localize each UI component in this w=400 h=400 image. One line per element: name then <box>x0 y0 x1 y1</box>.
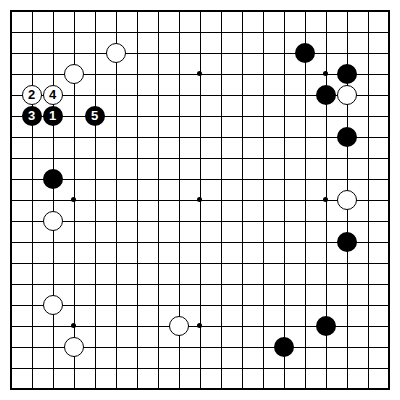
board-intersection[interactable] <box>105 126 126 147</box>
board-intersection[interactable]: 1 <box>42 105 63 126</box>
board-intersection[interactable] <box>336 84 357 105</box>
board-intersection[interactable] <box>273 105 294 126</box>
board-intersection[interactable] <box>336 42 357 63</box>
board-intersection[interactable] <box>294 63 315 84</box>
board-intersection[interactable] <box>168 105 189 126</box>
board-intersection[interactable] <box>84 168 105 189</box>
board-intersection[interactable] <box>231 315 252 336</box>
board-intersection[interactable] <box>21 21 42 42</box>
board-intersection[interactable] <box>273 336 294 357</box>
board-intersection[interactable] <box>378 147 399 168</box>
board-intersection[interactable] <box>63 252 84 273</box>
board-intersection[interactable] <box>0 147 21 168</box>
board-intersection[interactable] <box>231 0 252 21</box>
board-intersection[interactable] <box>315 105 336 126</box>
board-intersection[interactable] <box>147 357 168 378</box>
board-intersection[interactable] <box>378 63 399 84</box>
board-intersection[interactable] <box>315 147 336 168</box>
board-intersection[interactable] <box>126 336 147 357</box>
board-intersection[interactable] <box>0 0 21 21</box>
board-intersection[interactable] <box>294 231 315 252</box>
board-intersection[interactable] <box>273 21 294 42</box>
board-intersection[interactable] <box>378 252 399 273</box>
board-intersection[interactable] <box>210 42 231 63</box>
board-intersection[interactable] <box>189 378 210 399</box>
board-intersection[interactable] <box>126 42 147 63</box>
board-intersection[interactable] <box>252 378 273 399</box>
board-intersection[interactable] <box>378 105 399 126</box>
board-intersection[interactable] <box>357 63 378 84</box>
board-intersection[interactable] <box>210 231 231 252</box>
board-intersection[interactable] <box>42 189 63 210</box>
board-intersection[interactable] <box>42 315 63 336</box>
board-intersection[interactable] <box>294 84 315 105</box>
board-intersection[interactable] <box>105 252 126 273</box>
board-intersection[interactable] <box>378 231 399 252</box>
board-intersection[interactable] <box>357 126 378 147</box>
board-intersection[interactable] <box>252 126 273 147</box>
board-intersection[interactable] <box>252 147 273 168</box>
board-intersection[interactable] <box>336 126 357 147</box>
board-intersection[interactable] <box>0 315 21 336</box>
board-intersection[interactable] <box>336 105 357 126</box>
board-intersection[interactable] <box>126 0 147 21</box>
board-intersection[interactable] <box>273 357 294 378</box>
board-intersection[interactable] <box>168 252 189 273</box>
board-intersection[interactable] <box>357 315 378 336</box>
board-intersection[interactable] <box>315 42 336 63</box>
board-intersection[interactable]: 3 <box>21 105 42 126</box>
board-intersection[interactable] <box>21 42 42 63</box>
board-intersection[interactable] <box>378 84 399 105</box>
board-intersection[interactable] <box>189 126 210 147</box>
board-intersection[interactable] <box>126 315 147 336</box>
board-intersection[interactable] <box>42 0 63 21</box>
board-intersection[interactable] <box>273 63 294 84</box>
board-intersection[interactable] <box>63 105 84 126</box>
board-intersection[interactable] <box>21 63 42 84</box>
board-intersection[interactable] <box>168 231 189 252</box>
board-intersection[interactable] <box>63 294 84 315</box>
board-intersection[interactable] <box>210 126 231 147</box>
board-intersection[interactable] <box>210 21 231 42</box>
board-intersection[interactable] <box>126 105 147 126</box>
board-intersection[interactable] <box>294 0 315 21</box>
board-intersection[interactable] <box>168 42 189 63</box>
board-intersection[interactable] <box>168 357 189 378</box>
board-intersection[interactable] <box>252 21 273 42</box>
board-intersection[interactable] <box>357 273 378 294</box>
board-intersection[interactable] <box>231 231 252 252</box>
board-intersection[interactable] <box>294 21 315 42</box>
board-intersection[interactable] <box>0 378 21 399</box>
board-intersection[interactable] <box>0 189 21 210</box>
board-intersection[interactable] <box>231 336 252 357</box>
board-intersection[interactable] <box>231 126 252 147</box>
board-intersection[interactable] <box>210 147 231 168</box>
board-intersection[interactable] <box>378 126 399 147</box>
board-intersection[interactable] <box>168 294 189 315</box>
board-intersection[interactable] <box>210 336 231 357</box>
board-intersection[interactable] <box>0 231 21 252</box>
board-intersection[interactable] <box>210 105 231 126</box>
board-intersection[interactable] <box>84 126 105 147</box>
board-intersection[interactable] <box>189 252 210 273</box>
board-intersection[interactable] <box>252 357 273 378</box>
board-intersection[interactable] <box>84 189 105 210</box>
board-intersection[interactable] <box>42 252 63 273</box>
board-intersection[interactable] <box>21 147 42 168</box>
board-intersection[interactable] <box>21 378 42 399</box>
board-intersection[interactable] <box>63 315 84 336</box>
board-intersection[interactable] <box>126 84 147 105</box>
board-intersection[interactable] <box>126 168 147 189</box>
board-intersection[interactable] <box>315 231 336 252</box>
board-intersection[interactable] <box>378 357 399 378</box>
board-intersection[interactable] <box>105 21 126 42</box>
board-intersection[interactable] <box>84 63 105 84</box>
board-intersection[interactable] <box>147 63 168 84</box>
board-intersection[interactable] <box>189 273 210 294</box>
board-intersection[interactable] <box>189 336 210 357</box>
board-intersection[interactable] <box>357 21 378 42</box>
board-intersection[interactable] <box>189 294 210 315</box>
board-intersection[interactable] <box>21 273 42 294</box>
board-intersection[interactable] <box>42 42 63 63</box>
board-intersection[interactable] <box>231 84 252 105</box>
board-intersection[interactable] <box>252 189 273 210</box>
board-intersection[interactable] <box>252 168 273 189</box>
board-intersection[interactable] <box>42 210 63 231</box>
board-intersection[interactable] <box>126 273 147 294</box>
board-intersection[interactable] <box>105 105 126 126</box>
board-intersection[interactable] <box>0 168 21 189</box>
board-intersection[interactable] <box>0 42 21 63</box>
board-intersection[interactable] <box>189 63 210 84</box>
board-intersection[interactable] <box>0 21 21 42</box>
board-intersection[interactable] <box>147 126 168 147</box>
board-intersection[interactable] <box>189 21 210 42</box>
board-intersection[interactable] <box>105 84 126 105</box>
board-intersection[interactable] <box>357 42 378 63</box>
board-intersection[interactable] <box>273 168 294 189</box>
board-intersection[interactable] <box>126 147 147 168</box>
board-intersection[interactable] <box>126 252 147 273</box>
board-intersection[interactable] <box>252 315 273 336</box>
board-intersection[interactable] <box>42 126 63 147</box>
board-intersection[interactable] <box>63 357 84 378</box>
board-intersection[interactable] <box>252 252 273 273</box>
board-intersection[interactable] <box>336 168 357 189</box>
board-intersection[interactable] <box>210 378 231 399</box>
board-intersection[interactable] <box>336 210 357 231</box>
board-intersection[interactable] <box>42 168 63 189</box>
board-intersection[interactable] <box>63 147 84 168</box>
board-intersection[interactable] <box>336 147 357 168</box>
board-intersection[interactable] <box>315 168 336 189</box>
board-intersection[interactable]: 5 <box>84 105 105 126</box>
board-intersection[interactable] <box>84 21 105 42</box>
board-intersection[interactable] <box>84 0 105 21</box>
board-intersection[interactable] <box>315 84 336 105</box>
board-intersection[interactable] <box>336 294 357 315</box>
board-intersection[interactable] <box>84 378 105 399</box>
board-intersection[interactable] <box>168 378 189 399</box>
board-intersection[interactable] <box>63 0 84 21</box>
board-intersection[interactable] <box>147 84 168 105</box>
board-intersection[interactable] <box>0 84 21 105</box>
board-intersection[interactable] <box>84 273 105 294</box>
board-intersection[interactable] <box>315 0 336 21</box>
board-intersection[interactable] <box>336 189 357 210</box>
board-intersection[interactable] <box>126 378 147 399</box>
board-intersection[interactable] <box>84 84 105 105</box>
board-intersection[interactable] <box>231 189 252 210</box>
board-intersection[interactable] <box>147 210 168 231</box>
board-intersection[interactable] <box>315 252 336 273</box>
board-intersection[interactable] <box>147 315 168 336</box>
board-intersection[interactable] <box>378 0 399 21</box>
board-intersection[interactable] <box>105 378 126 399</box>
board-intersection[interactable] <box>273 210 294 231</box>
board-intersection[interactable] <box>21 168 42 189</box>
board-intersection[interactable] <box>315 210 336 231</box>
board-intersection[interactable] <box>294 336 315 357</box>
board-intersection[interactable] <box>63 42 84 63</box>
board-intersection[interactable] <box>21 210 42 231</box>
board-intersection[interactable] <box>336 357 357 378</box>
board-intersection[interactable] <box>168 168 189 189</box>
board-intersection[interactable] <box>189 357 210 378</box>
board-intersection[interactable] <box>357 357 378 378</box>
board-intersection[interactable] <box>126 357 147 378</box>
board-intersection[interactable] <box>231 357 252 378</box>
board-intersection[interactable] <box>147 105 168 126</box>
board-intersection[interactable] <box>252 336 273 357</box>
board-intersection[interactable] <box>294 168 315 189</box>
board-intersection[interactable] <box>84 336 105 357</box>
board-intersection[interactable] <box>21 0 42 21</box>
board-intersection[interactable] <box>105 273 126 294</box>
board-intersection[interactable] <box>294 378 315 399</box>
board-intersection[interactable] <box>315 126 336 147</box>
board-intersection[interactable] <box>210 168 231 189</box>
board-intersection[interactable] <box>336 231 357 252</box>
board-intersection[interactable] <box>294 147 315 168</box>
board-intersection[interactable] <box>231 210 252 231</box>
board-intersection[interactable] <box>315 336 336 357</box>
board-intersection[interactable] <box>147 0 168 21</box>
board-intersection[interactable] <box>168 315 189 336</box>
board-intersection[interactable] <box>168 210 189 231</box>
board-intersection[interactable] <box>42 294 63 315</box>
board-intersection[interactable] <box>126 63 147 84</box>
board-intersection[interactable] <box>231 252 252 273</box>
board-intersection[interactable] <box>147 147 168 168</box>
board-intersection[interactable] <box>336 336 357 357</box>
board-intersection[interactable] <box>42 147 63 168</box>
board-intersection[interactable] <box>21 336 42 357</box>
board-intersection[interactable] <box>231 273 252 294</box>
board-intersection[interactable] <box>315 294 336 315</box>
board-intersection[interactable] <box>84 42 105 63</box>
board-intersection[interactable] <box>210 273 231 294</box>
board-intersection[interactable] <box>126 294 147 315</box>
board-intersection[interactable] <box>189 168 210 189</box>
board-intersection[interactable] <box>168 63 189 84</box>
board-intersection[interactable] <box>294 105 315 126</box>
board-intersection[interactable] <box>84 315 105 336</box>
board-intersection[interactable] <box>357 105 378 126</box>
board-intersection[interactable] <box>273 294 294 315</box>
board-intersection[interactable] <box>84 294 105 315</box>
board-intersection[interactable] <box>273 315 294 336</box>
board-intersection[interactable] <box>273 378 294 399</box>
board-intersection[interactable] <box>336 378 357 399</box>
board-intersection[interactable] <box>336 252 357 273</box>
board-intersection[interactable] <box>0 105 21 126</box>
board-intersection[interactable] <box>105 357 126 378</box>
board-intersection[interactable] <box>315 273 336 294</box>
board-intersection[interactable] <box>42 378 63 399</box>
board-intersection[interactable] <box>231 21 252 42</box>
board-intersection[interactable] <box>189 189 210 210</box>
board-intersection[interactable] <box>231 105 252 126</box>
board-intersection[interactable] <box>252 0 273 21</box>
board-intersection[interactable] <box>378 168 399 189</box>
board-intersection[interactable] <box>63 84 84 105</box>
board-intersection[interactable] <box>0 63 21 84</box>
board-intersection[interactable] <box>105 63 126 84</box>
board-intersection[interactable] <box>189 231 210 252</box>
board-intersection[interactable] <box>0 294 21 315</box>
board-intersection[interactable] <box>189 210 210 231</box>
board-intersection[interactable] <box>63 63 84 84</box>
board-intersection[interactable] <box>0 336 21 357</box>
board-intersection[interactable] <box>231 168 252 189</box>
board-intersection[interactable] <box>315 378 336 399</box>
board-intersection[interactable] <box>336 21 357 42</box>
board-intersection[interactable] <box>357 378 378 399</box>
board-intersection[interactable] <box>357 252 378 273</box>
board-intersection[interactable] <box>63 168 84 189</box>
board-intersection[interactable] <box>63 126 84 147</box>
board-intersection[interactable]: 4 <box>42 84 63 105</box>
board-intersection[interactable] <box>189 42 210 63</box>
board-intersection[interactable] <box>294 210 315 231</box>
board-intersection[interactable] <box>210 210 231 231</box>
board-intersection[interactable] <box>189 315 210 336</box>
board-intersection[interactable] <box>147 336 168 357</box>
board-intersection[interactable] <box>252 231 273 252</box>
board-intersection[interactable] <box>273 84 294 105</box>
board-intersection[interactable] <box>63 378 84 399</box>
board-intersection[interactable] <box>168 336 189 357</box>
board-intersection[interactable] <box>378 336 399 357</box>
board-intersection[interactable] <box>189 0 210 21</box>
board-intersection[interactable] <box>84 210 105 231</box>
board-intersection[interactable] <box>252 105 273 126</box>
board-intersection[interactable] <box>294 273 315 294</box>
board-intersection[interactable] <box>315 63 336 84</box>
board-intersection[interactable] <box>231 63 252 84</box>
board-intersection[interactable] <box>315 315 336 336</box>
board-intersection[interactable] <box>84 357 105 378</box>
board-intersection[interactable] <box>252 42 273 63</box>
board-intersection[interactable] <box>0 357 21 378</box>
board-intersection[interactable] <box>210 315 231 336</box>
board-intersection[interactable] <box>273 147 294 168</box>
board-intersection[interactable] <box>126 189 147 210</box>
board-intersection[interactable] <box>147 231 168 252</box>
board-intersection[interactable]: 2 <box>21 84 42 105</box>
board-intersection[interactable] <box>336 315 357 336</box>
board-intersection[interactable] <box>42 357 63 378</box>
board-intersection[interactable] <box>126 210 147 231</box>
board-intersection[interactable] <box>357 294 378 315</box>
board-intersection[interactable] <box>315 357 336 378</box>
board-intersection[interactable] <box>42 21 63 42</box>
board-intersection[interactable] <box>357 168 378 189</box>
board-intersection[interactable] <box>273 231 294 252</box>
board-intersection[interactable] <box>84 231 105 252</box>
board-intersection[interactable] <box>210 63 231 84</box>
board-intersection[interactable] <box>147 189 168 210</box>
board-intersection[interactable] <box>0 126 21 147</box>
board-intersection[interactable] <box>252 63 273 84</box>
board-intersection[interactable] <box>21 315 42 336</box>
board-intersection[interactable] <box>378 315 399 336</box>
board-intersection[interactable] <box>231 378 252 399</box>
board-intersection[interactable] <box>378 273 399 294</box>
board-intersection[interactable] <box>210 0 231 21</box>
board-intersection[interactable] <box>294 252 315 273</box>
board-intersection[interactable] <box>231 42 252 63</box>
board-intersection[interactable] <box>189 84 210 105</box>
board-intersection[interactable] <box>273 252 294 273</box>
board-intersection[interactable] <box>357 210 378 231</box>
board-intersection[interactable] <box>147 168 168 189</box>
board-intersection[interactable] <box>168 0 189 21</box>
board-intersection[interactable] <box>357 147 378 168</box>
board-intersection[interactable] <box>357 84 378 105</box>
board-intersection[interactable] <box>168 273 189 294</box>
board-intersection[interactable] <box>147 378 168 399</box>
board-intersection[interactable] <box>84 147 105 168</box>
board-intersection[interactable] <box>21 231 42 252</box>
board-intersection[interactable] <box>63 231 84 252</box>
board-intersection[interactable] <box>210 189 231 210</box>
board-intersection[interactable] <box>273 273 294 294</box>
board-intersection[interactable] <box>0 210 21 231</box>
board-intersection[interactable] <box>105 42 126 63</box>
board-intersection[interactable] <box>105 189 126 210</box>
board-intersection[interactable] <box>210 357 231 378</box>
board-intersection[interactable] <box>42 63 63 84</box>
board-intersection[interactable] <box>357 0 378 21</box>
board-intersection[interactable] <box>168 126 189 147</box>
board-intersection[interactable] <box>315 21 336 42</box>
board-intersection[interactable] <box>42 231 63 252</box>
board-intersection[interactable] <box>63 21 84 42</box>
board-intersection[interactable] <box>378 378 399 399</box>
board-intersection[interactable] <box>63 210 84 231</box>
board-intersection[interactable] <box>378 42 399 63</box>
board-intersection[interactable] <box>147 21 168 42</box>
board-intersection[interactable] <box>294 357 315 378</box>
board-intersection[interactable] <box>105 315 126 336</box>
board-intersection[interactable] <box>126 126 147 147</box>
